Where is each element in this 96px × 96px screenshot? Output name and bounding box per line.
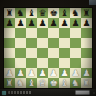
square-h7[interactable]: ♟ [81,18,92,28]
square-a3[interactable] [4,58,15,68]
square-g8[interactable]: ♞ [70,8,81,18]
chess-board: ♜♞♝♛♚♝♞♜♟♟♟♟♟♟♟♟♟♟♟♟♟♟♟♟♜♞♝♛♚♝♞♜ [4,8,92,88]
square-a4[interactable] [4,48,15,58]
black-pawn-d7: ♟ [38,18,46,28]
square-e7[interactable]: ♟ [48,18,59,28]
square-c5[interactable] [26,38,37,48]
square-a2[interactable]: ♟ [4,68,15,78]
square-e8[interactable]: ♚ [48,8,59,18]
square-e2[interactable]: ♟ [48,68,59,78]
square-e3[interactable] [48,58,59,68]
black-rook-a8: ♜ [5,8,13,18]
square-g3[interactable] [70,58,81,68]
black-knight-g8: ♞ [71,8,79,18]
square-g2[interactable]: ♟ [70,68,81,78]
square-a8[interactable]: ♜ [4,8,15,18]
square-e4[interactable] [48,48,59,58]
square-h5[interactable] [81,38,92,48]
square-b7[interactable]: ♟ [15,18,26,28]
square-c2[interactable]: ♟ [26,68,37,78]
square-d6[interactable] [37,28,48,38]
square-h2[interactable]: ♟ [81,68,92,78]
square-h1[interactable]: ♜ [81,78,92,88]
white-knight-b1: ♞ [16,78,24,88]
square-b4[interactable] [15,48,26,58]
square-a6[interactable] [4,28,15,38]
white-rook-h1: ♜ [82,78,90,88]
white-pawn-d2: ♟ [38,68,46,78]
square-a5[interactable] [4,38,15,48]
square-h3[interactable] [81,58,92,68]
desktop-corner-sliver [89,0,96,5]
square-f7[interactable]: ♟ [59,18,70,28]
square-f5[interactable] [59,38,70,48]
square-d2[interactable]: ♟ [37,68,48,78]
square-g5[interactable] [70,38,81,48]
square-a7[interactable]: ♟ [4,18,15,28]
black-king-e8: ♚ [49,8,57,18]
square-d4[interactable] [37,48,48,58]
white-queen-d1: ♛ [38,78,46,88]
square-d5[interactable] [37,38,48,48]
square-h6[interactable] [81,28,92,38]
square-c6[interactable] [26,28,37,38]
black-pawn-f7: ♟ [60,18,68,28]
square-b3[interactable] [15,58,26,68]
white-pawn-h2: ♟ [82,68,90,78]
square-e6[interactable] [48,28,59,38]
square-b1[interactable]: ♞ [15,78,26,88]
taskbar-app-icon[interactable] [2,91,6,95]
square-d7[interactable]: ♟ [37,18,48,28]
square-c8[interactable]: ♝ [26,8,37,18]
white-pawn-a2: ♟ [5,68,13,78]
square-f8[interactable]: ♝ [59,8,70,18]
square-e5[interactable] [48,38,59,48]
square-d8[interactable]: ♛ [37,8,48,18]
white-pawn-f2: ♟ [60,68,68,78]
black-rook-h8: ♜ [82,8,90,18]
square-b2[interactable]: ♟ [15,68,26,78]
square-f3[interactable] [59,58,70,68]
white-pawn-g2: ♟ [71,68,79,78]
square-d3[interactable] [37,58,48,68]
square-h8[interactable]: ♜ [81,8,92,18]
white-pawn-b2: ♟ [16,68,24,78]
black-pawn-c7: ♟ [27,18,35,28]
square-c3[interactable] [26,58,37,68]
taskbar-corner-icon[interactable] [93,92,95,94]
square-g6[interactable] [70,28,81,38]
square-c7[interactable]: ♟ [26,18,37,28]
black-pawn-g7: ♟ [71,18,79,28]
black-pawn-a7: ♟ [5,18,13,28]
white-king-e1: ♚ [49,78,57,88]
square-e1[interactable]: ♚ [48,78,59,88]
square-f1[interactable]: ♝ [59,78,70,88]
square-g7[interactable]: ♟ [70,18,81,28]
square-f2[interactable]: ♟ [59,68,70,78]
square-f4[interactable] [59,48,70,58]
white-bishop-f1: ♝ [60,78,68,88]
square-g1[interactable]: ♞ [70,78,81,88]
square-c1[interactable]: ♝ [26,78,37,88]
chess-app-screenshot: ♜♞♝♛♚♝♞♜♟♟♟♟♟♟♟♟♟♟♟♟♟♟♟♟♜♞♝♛♚♝♞♜ [0,0,96,96]
white-bishop-c1: ♝ [27,78,35,88]
taskbar-tray-button[interactable] [75,90,90,95]
square-b8[interactable]: ♞ [15,8,26,18]
black-queen-d8: ♛ [38,8,46,18]
black-pawn-b7: ♟ [16,18,24,28]
white-knight-g1: ♞ [71,78,79,88]
square-a1[interactable]: ♜ [4,78,15,88]
square-f6[interactable] [59,28,70,38]
white-pawn-c2: ♟ [27,68,35,78]
black-pawn-h7: ♟ [82,18,90,28]
square-h4[interactable] [81,48,92,58]
white-pawn-e2: ♟ [49,68,57,78]
black-pawn-e7: ♟ [49,18,57,28]
square-d1[interactable]: ♛ [37,78,48,88]
taskbar [0,89,96,96]
taskbar-status-text [8,91,32,94]
black-bishop-f8: ♝ [60,8,68,18]
black-knight-b8: ♞ [16,8,24,18]
square-c4[interactable] [26,48,37,58]
square-g4[interactable] [70,48,81,58]
black-bishop-c8: ♝ [27,8,35,18]
square-b6[interactable] [15,28,26,38]
white-rook-a1: ♜ [5,78,13,88]
square-b5[interactable] [15,38,26,48]
